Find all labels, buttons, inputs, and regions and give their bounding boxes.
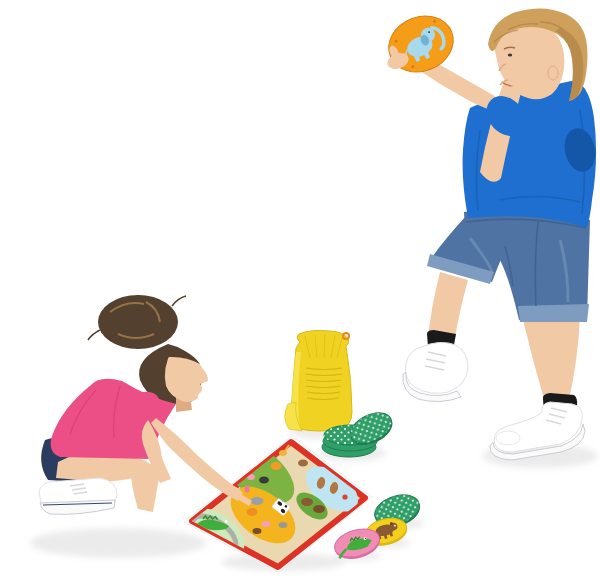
frog [222, 546, 226, 550]
boy-standing-leg [522, 316, 580, 406]
lion-upper [271, 462, 282, 470]
boy-ear [548, 66, 558, 80]
red-bird [342, 494, 347, 499]
flamingo [245, 486, 250, 493]
lion-savanna [247, 508, 258, 516]
rock [279, 522, 288, 528]
deer [298, 460, 308, 467]
monkey-savanna [253, 528, 262, 534]
corner-pond [178, 478, 208, 500]
bear-1 [301, 498, 313, 506]
elephant-disc [380, 7, 461, 82]
bear-2 [313, 505, 325, 513]
boy-figure [380, 7, 599, 460]
small-pond [223, 471, 235, 478]
girl-sneaker [39, 478, 117, 514]
photo-scene [0, 0, 600, 583]
elephant-target-spot [251, 497, 264, 505]
orange-fish [193, 486, 198, 491]
girl-shadow [30, 528, 206, 558]
scene-canvas [0, 0, 600, 583]
shorts-cuff-right [518, 304, 589, 322]
bag-body [291, 330, 352, 431]
hippo-head [246, 461, 251, 466]
monkey-upper [259, 477, 269, 484]
storage-bag [285, 330, 352, 431]
boy-shoe-left [403, 342, 468, 401]
girl-figure [39, 295, 252, 514]
snake [205, 544, 221, 547]
hippo [236, 459, 250, 468]
boy-eye [508, 53, 512, 56]
pig-savanna [262, 521, 271, 527]
